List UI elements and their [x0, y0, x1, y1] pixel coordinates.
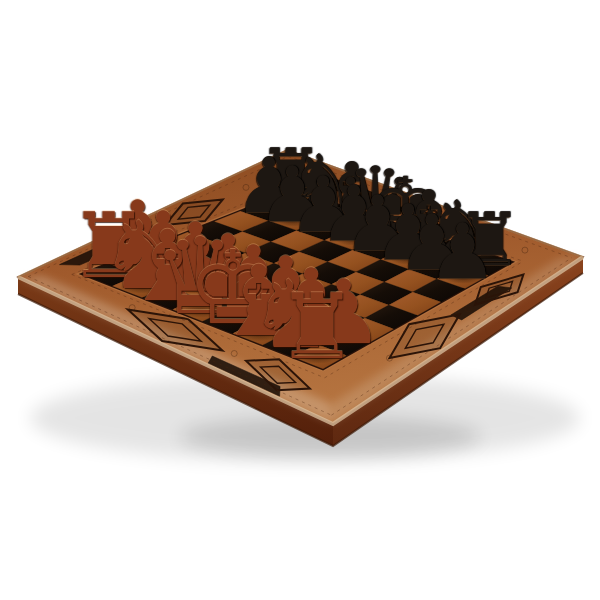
chess-set-photo: ♜♞♝♛♚♝♞♜♟♟♟♟♟♟♟♟♟♟♟♟♟♟♟♟♜♞♝♛♚♝♞♜: [0, 0, 600, 600]
chess-board: [0, 0, 600, 600]
